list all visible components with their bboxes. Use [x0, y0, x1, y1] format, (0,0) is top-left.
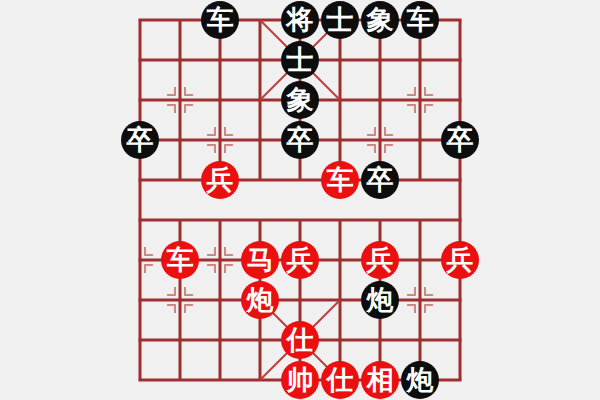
piece-red-soldier[interactable]: 兵	[201, 161, 239, 199]
piece-red-horse[interactable]: 马	[241, 241, 279, 279]
piece-red-advisor[interactable]: 仕	[321, 361, 359, 399]
piece-black-king[interactable]: 将	[281, 1, 319, 39]
piece-red-cannon[interactable]: 炮	[241, 281, 279, 319]
piece-black-advisor[interactable]: 士	[321, 1, 359, 39]
piece-black-elephant[interactable]: 象	[281, 81, 319, 119]
piece-red-king[interactable]: 帅	[281, 361, 319, 399]
piece-black-soldier[interactable]: 卒	[281, 121, 319, 159]
piece-black-soldier[interactable]: 卒	[361, 161, 399, 199]
piece-black-cannon[interactable]: 炮	[401, 361, 439, 399]
piece-red-soldier[interactable]: 兵	[361, 241, 399, 279]
piece-red-chariot[interactable]: 车	[321, 161, 359, 199]
piece-red-advisor[interactable]: 仕	[281, 321, 319, 359]
pieces-layer: 车将士象车士象卒卒卒兵车卒车马兵兵兵炮炮仕帅仕相炮	[120, 0, 480, 400]
piece-black-chariot[interactable]: 车	[201, 1, 239, 39]
piece-red-elephant[interactable]: 相	[361, 361, 399, 399]
piece-black-soldier[interactable]: 卒	[441, 121, 479, 159]
piece-black-cannon[interactable]: 炮	[361, 281, 399, 319]
piece-red-chariot[interactable]: 车	[161, 241, 199, 279]
piece-black-elephant[interactable]: 象	[361, 1, 399, 39]
piece-black-chariot[interactable]: 车	[401, 1, 439, 39]
piece-black-advisor[interactable]: 士	[281, 41, 319, 79]
piece-black-soldier[interactable]: 卒	[121, 121, 159, 159]
piece-red-soldier[interactable]: 兵	[281, 241, 319, 279]
xiangqi-board[interactable]: 车将士象车士象卒卒卒兵车卒车马兵兵兵炮炮仕帅仕相炮	[0, 0, 600, 400]
piece-red-soldier[interactable]: 兵	[441, 241, 479, 279]
